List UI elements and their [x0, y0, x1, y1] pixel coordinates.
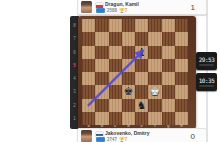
square-g3[interactable]: [162, 85, 175, 98]
chess-board-frame: ♝♚♚♞ abcdefgh: [78, 16, 196, 129]
square-f4[interactable]: [148, 72, 161, 85]
square-g6[interactable]: [162, 46, 175, 59]
russia-flag-icon: [96, 132, 103, 137]
title-badge-icon: [96, 137, 105, 142]
square-a4[interactable]: [82, 72, 95, 85]
square-a2[interactable]: [82, 99, 95, 112]
square-g4[interactable]: [162, 72, 175, 85]
square-b2[interactable]: [95, 99, 108, 112]
square-d7[interactable]: [122, 32, 135, 45]
square-h7[interactable]: [175, 32, 188, 45]
clock-bottom-sublabel: [199, 85, 214, 87]
square-c8[interactable]: [109, 19, 122, 32]
avatar: [81, 1, 92, 13]
clock-bottom: 10:35: [196, 73, 217, 91]
square-d2[interactable]: [122, 99, 135, 112]
trophy-count-top: 🏆7: [119, 8, 127, 13]
square-e7[interactable]: [135, 32, 148, 45]
chess-app-screen: Dragun, Kamil 2588 🏆7 1 87654321 ♝♚♚♞ ab…: [0, 0, 220, 142]
square-g8[interactable]: [162, 19, 175, 32]
square-a8[interactable]: [82, 19, 95, 32]
square-d5[interactable]: [122, 59, 135, 72]
square-h2[interactable]: [175, 99, 188, 112]
piece-black-knight-e2[interactable]: ♞: [135, 99, 148, 112]
square-f3[interactable]: ♚: [148, 85, 161, 98]
square-f8[interactable]: [148, 19, 161, 32]
square-b5[interactable]: [95, 59, 108, 72]
square-e8[interactable]: [135, 19, 148, 32]
square-b7[interactable]: [95, 32, 108, 45]
square-a7[interactable]: [82, 32, 95, 45]
square-a3[interactable]: [82, 85, 95, 98]
square-e6[interactable]: ♝: [135, 46, 148, 59]
square-e4[interactable]: [135, 72, 148, 85]
square-b8[interactable]: [95, 19, 108, 32]
score-top: 1: [191, 3, 195, 12]
square-f7[interactable]: [148, 32, 161, 45]
trophy-count-bottom: 🏆7: [119, 137, 127, 142]
player-rating-top: 2588: [107, 8, 117, 13]
square-a5[interactable]: [82, 59, 95, 72]
board-grid: ♝♚♚♞: [82, 19, 188, 125]
piece-white-king-f3[interactable]: ♚: [148, 85, 161, 98]
piece-black-king-d3[interactable]: ♚: [122, 85, 135, 98]
square-d8[interactable]: [122, 19, 135, 32]
square-h5[interactable]: [175, 59, 188, 72]
square-g7[interactable]: [162, 32, 175, 45]
score-bottom: 0: [191, 132, 195, 141]
square-g2[interactable]: [162, 99, 175, 112]
clock-top: 29:53: [196, 52, 217, 70]
player-bar-bottom: Jakovenko, Dmitry 2747 🏆7 0: [77, 128, 207, 142]
square-h3[interactable]: [175, 85, 188, 98]
square-c7[interactable]: [109, 32, 122, 45]
title-badge-icon: [96, 8, 105, 13]
square-f2[interactable]: [148, 99, 161, 112]
clock-bottom-time: 10:35: [199, 77, 215, 84]
clock-top-sublabel: [199, 64, 214, 66]
panel-divider: [206, 0, 208, 142]
player-name-bottom: Jakovenko, Dmitry: [105, 130, 149, 136]
square-c2[interactable]: [109, 99, 122, 112]
square-b4[interactable]: [95, 72, 108, 85]
square-c3[interactable]: [109, 85, 122, 98]
player-meta-top: 2588 🏆7: [96, 8, 127, 13]
square-b6[interactable]: [95, 46, 108, 59]
poland-flag-icon: [96, 3, 103, 8]
square-c4[interactable]: [109, 72, 122, 85]
square-h8[interactable]: [175, 19, 188, 32]
piece-black-bishop-e6[interactable]: ♝: [135, 46, 148, 59]
square-e5[interactable]: [135, 59, 148, 72]
square-b3[interactable]: [95, 85, 108, 98]
player-name-top: Dragun, Kamil: [105, 1, 139, 7]
square-h4[interactable]: [175, 72, 188, 85]
square-c6[interactable]: [109, 46, 122, 59]
square-e2[interactable]: ♞: [135, 99, 148, 112]
square-f5[interactable]: [148, 59, 161, 72]
square-h6[interactable]: [175, 46, 188, 59]
square-a6[interactable]: [82, 46, 95, 59]
avatar: [81, 130, 92, 142]
square-d6[interactable]: [122, 46, 135, 59]
square-g5[interactable]: [162, 59, 175, 72]
square-c5[interactable]: [109, 59, 122, 72]
player-bar-top: Dragun, Kamil 2588 🏆7 1: [77, 0, 207, 15]
square-d4[interactable]: [122, 72, 135, 85]
player-rating-bottom: 2747: [107, 137, 117, 142]
square-f6[interactable]: [148, 46, 161, 59]
square-d3[interactable]: ♚: [122, 85, 135, 98]
clock-top-time: 29:53: [199, 56, 215, 63]
player-meta-bottom: 2747 🏆7: [96, 137, 127, 142]
square-e3[interactable]: [135, 85, 148, 98]
